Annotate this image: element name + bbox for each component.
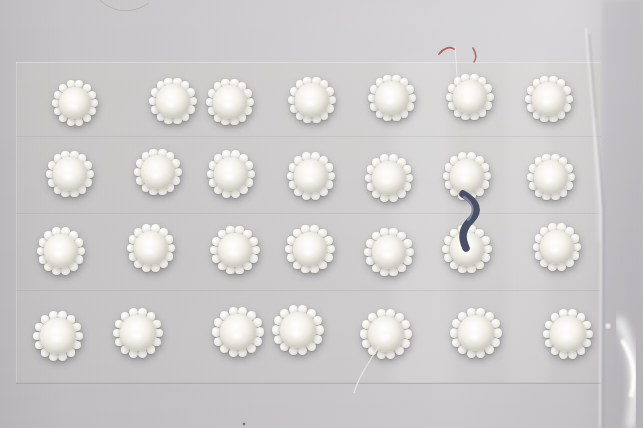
pearl-dome [280, 312, 316, 348]
pearl-specular-highlight [377, 332, 392, 343]
pearl-dome [44, 234, 78, 268]
pearl-dome [214, 157, 248, 191]
pearl-specular-highlight [548, 245, 562, 255]
pearl-embellishment-r3c4 [284, 223, 337, 276]
pearl-dome [550, 316, 585, 351]
pearl-specular-highlight [61, 172, 75, 182]
pearl-specular-highlight [559, 332, 574, 343]
pearl-embellishment-r2c4 [285, 150, 337, 202]
pearl-embellishment-r2c2 [133, 147, 184, 198]
pearl-dome [213, 85, 246, 118]
pearl-embellishment-r1c4 [287, 75, 338, 126]
pearl-specular-highlight [302, 174, 316, 184]
pearl-specular-highlight [52, 249, 66, 259]
pearl-embellishment-r1c7 [524, 74, 575, 125]
pearl-dome [295, 83, 328, 116]
pearl-specular-highlight [221, 100, 235, 110]
pearl-embellishment-r3c6 [441, 223, 494, 276]
pearl-dome [40, 318, 75, 353]
pearl-specular-highlight [461, 95, 475, 105]
pearl-embellishment-r3c5 [363, 226, 416, 279]
pearl-specular-highlight [289, 328, 304, 339]
pearl-embellishment-r1c3 [205, 77, 256, 128]
pearl-embellishment-r3c2 [125, 222, 177, 274]
outer-bead [90, 99, 98, 107]
pearl-specular-highlight [222, 172, 236, 182]
pearl-specular-highlight [149, 170, 163, 180]
pearl-grid [0, 0, 643, 428]
pearl-specular-highlight [164, 99, 178, 109]
pearl-specular-highlight [380, 176, 394, 186]
pearl-specular-highlight [380, 250, 395, 260]
pearl-specular-highlight [458, 247, 473, 257]
pearl-dome [372, 161, 406, 195]
pearl-specular-highlight [226, 248, 241, 258]
pearl-specular-highlight [458, 174, 472, 184]
pearl-specular-highlight [49, 334, 64, 345]
pearl-embellishment-r4c2 [111, 306, 165, 360]
outer-bead [483, 245, 492, 254]
pearl-embellishment-r4c5 [359, 307, 414, 362]
pearl-specular-highlight [129, 331, 144, 342]
pearl-dome [141, 155, 174, 188]
pearl-embellishment-r2c7 [526, 152, 577, 203]
pearl-specular-highlight [142, 246, 156, 256]
pearl-dome [120, 315, 155, 350]
pearl-embellishment-r3c1 [35, 225, 87, 277]
pearl-embellishment-r1c2 [148, 76, 199, 127]
pearl-embellishment-r2c1 [45, 149, 96, 200]
pearl-dome [458, 315, 494, 351]
pearl-dome [134, 231, 168, 265]
pearl-specular-highlight [229, 330, 244, 341]
pearl-dome [453, 80, 486, 113]
pearl-dome [534, 160, 567, 193]
pearl-specular-highlight [66, 101, 80, 111]
pearl-specular-highlight [383, 96, 397, 106]
outer-bead [405, 248, 414, 257]
pearl-embellishment-r4c1 [31, 309, 85, 363]
pearl-embellishment-r1c1 [50, 78, 100, 128]
pearl-embellishment-r1c5 [367, 73, 418, 124]
pearl-embellishment-r4c4 [271, 303, 326, 358]
photo-scene [0, 0, 643, 428]
pearl-embellishment-r4c7 [541, 307, 595, 361]
pearl-embellishment-r2c6 [441, 150, 493, 202]
pearl-dome [294, 159, 328, 193]
pearl-dome [375, 81, 408, 114]
pearl-dome [540, 230, 574, 264]
pearl-embellishment-r4c3 [211, 305, 266, 360]
outer-bead [326, 245, 335, 254]
pearl-specular-highlight [301, 247, 316, 257]
pearl-specular-highlight [303, 98, 317, 108]
pearl-dome [156, 84, 189, 117]
pearl-dome [53, 157, 86, 190]
pearl-embellishment-r3c3 [209, 224, 262, 277]
pearl-dome [368, 316, 404, 352]
pearl-embellishment-r3c7 [531, 221, 583, 273]
pearl-embellishment-r2c5 [363, 152, 415, 204]
pearl-embellishment-r1c6 [445, 72, 496, 123]
pearl-embellishment-r4c6 [449, 306, 504, 361]
pearl-dome [532, 82, 565, 115]
pearl-dome [220, 314, 256, 350]
pearl-specular-highlight [542, 175, 556, 185]
pearl-specular-highlight [467, 331, 482, 342]
pearl-dome [450, 159, 484, 193]
pearl-embellishment-r2c3 [205, 148, 257, 200]
outer-bead [251, 246, 260, 255]
pearl-specular-highlight [540, 97, 554, 107]
